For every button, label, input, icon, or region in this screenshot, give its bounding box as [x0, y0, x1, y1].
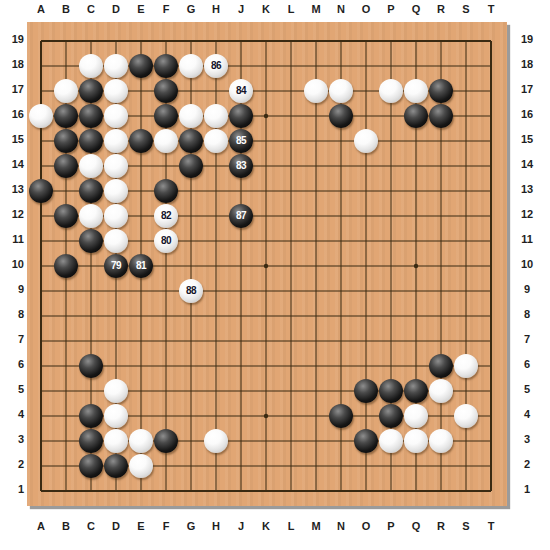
column-label-bottom: L: [279, 520, 303, 532]
white-stone-d11: [104, 229, 128, 253]
white-stone-j17: 84: [229, 79, 253, 103]
black-stone-c11: [79, 229, 103, 253]
white-stone-d17: [104, 79, 128, 103]
black-stone-n4: [329, 404, 353, 428]
column-label-top: C: [79, 3, 103, 15]
black-stone-j12: 87: [229, 204, 253, 228]
row-label-left: 10: [2, 258, 24, 270]
black-stone-g14: [179, 154, 203, 178]
white-stone-s6: [454, 354, 478, 378]
row-label-left: 2: [2, 458, 24, 470]
move-number: 85: [236, 129, 246, 153]
column-label-bottom: Q: [404, 520, 428, 532]
column-label-top: N: [329, 3, 353, 15]
black-stone-p4: [379, 404, 403, 428]
black-stone-f13: [154, 179, 178, 203]
move-number: 81: [136, 254, 146, 278]
white-stone-g18: [179, 54, 203, 78]
row-label-left: 8: [2, 308, 24, 320]
black-stone-r17: [429, 79, 453, 103]
column-label-bottom: M: [304, 520, 328, 532]
row-label-right: 12: [515, 208, 539, 220]
black-stone-c16: [79, 104, 103, 128]
column-label-top: R: [429, 3, 453, 15]
white-stone-f11: 80: [154, 229, 178, 253]
row-label-left: 19: [2, 33, 24, 45]
row-label-right: 14: [515, 158, 539, 170]
row-label-right: 7: [515, 333, 539, 345]
white-stone-r3: [429, 429, 453, 453]
row-label-right: 11: [515, 233, 539, 245]
column-label-top: H: [204, 3, 228, 15]
white-stone-a16: [29, 104, 53, 128]
go-diagram: 86848583828780798188 AABBCCDDEEFFGGHHJJK…: [0, 0, 550, 550]
row-label-left: 6: [2, 358, 24, 370]
row-label-right: 15: [515, 133, 539, 145]
column-label-top: E: [129, 3, 153, 15]
white-stone-d12: [104, 204, 128, 228]
row-label-left: 16: [2, 108, 24, 120]
black-stone-j14: 83: [229, 154, 253, 178]
row-label-right: 17: [515, 83, 539, 95]
black-stone-d10: 79: [104, 254, 128, 278]
black-stone-q16: [404, 104, 428, 128]
row-label-right: 3: [515, 433, 539, 445]
column-label-bottom: S: [454, 520, 478, 532]
row-label-right: 2: [515, 458, 539, 470]
white-stone-d3: [104, 429, 128, 453]
column-label-top: L: [279, 3, 303, 15]
white-stone-p3: [379, 429, 403, 453]
white-stone-o15: [354, 129, 378, 153]
white-stone-g16: [179, 104, 203, 128]
black-stone-c6: [79, 354, 103, 378]
row-label-left: 18: [2, 58, 24, 70]
column-label-bottom: N: [329, 520, 353, 532]
row-label-left: 7: [2, 333, 24, 345]
row-label-right: 9: [515, 283, 539, 295]
column-label-bottom: E: [129, 520, 153, 532]
move-number: 80: [161, 229, 171, 253]
column-label-bottom: P: [379, 520, 403, 532]
white-stone-q3: [404, 429, 428, 453]
column-label-bottom: J: [229, 520, 253, 532]
white-stone-r5: [429, 379, 453, 403]
row-label-right: 4: [515, 408, 539, 420]
white-stone-n17: [329, 79, 353, 103]
move-number: 86: [211, 54, 221, 78]
black-stone-c13: [79, 179, 103, 203]
row-label-left: 4: [2, 408, 24, 420]
white-stone-h3: [204, 429, 228, 453]
row-label-right: 16: [515, 108, 539, 120]
black-stone-c15: [79, 129, 103, 153]
column-label-bottom: T: [479, 520, 503, 532]
row-label-right: 19: [515, 33, 539, 45]
row-label-left: 13: [2, 183, 24, 195]
black-stone-d2: [104, 454, 128, 478]
white-stone-g9: 88: [179, 279, 203, 303]
white-stone-d13: [104, 179, 128, 203]
row-label-right: 6: [515, 358, 539, 370]
stones-layer: 86848583828780798188: [29, 29, 504, 504]
row-label-right: 5: [515, 383, 539, 395]
black-stone-j15: 85: [229, 129, 253, 153]
white-stone-f12: 82: [154, 204, 178, 228]
white-stone-s4: [454, 404, 478, 428]
black-stone-p5: [379, 379, 403, 403]
row-label-right: 13: [515, 183, 539, 195]
column-label-top: T: [479, 3, 503, 15]
white-stone-p17: [379, 79, 403, 103]
white-stone-c14: [79, 154, 103, 178]
column-label-bottom: G: [179, 520, 203, 532]
white-stone-d15: [104, 129, 128, 153]
white-stone-c12: [79, 204, 103, 228]
row-label-left: 17: [2, 83, 24, 95]
black-stone-q5: [404, 379, 428, 403]
black-stone-e15: [129, 129, 153, 153]
row-label-right: 18: [515, 58, 539, 70]
white-stone-d14: [104, 154, 128, 178]
black-stone-b16: [54, 104, 78, 128]
row-label-left: 9: [2, 283, 24, 295]
white-stone-q4: [404, 404, 428, 428]
column-label-top: A: [29, 3, 53, 15]
column-label-bottom: K: [254, 520, 278, 532]
row-label-left: 15: [2, 133, 24, 145]
black-stone-c2: [79, 454, 103, 478]
column-label-bottom: F: [154, 520, 178, 532]
white-stone-h16: [204, 104, 228, 128]
move-number: 84: [236, 79, 246, 103]
row-label-left: 14: [2, 158, 24, 170]
column-label-top: D: [104, 3, 128, 15]
black-stone-e18: [129, 54, 153, 78]
white-stone-b17: [54, 79, 78, 103]
white-stone-h18: 86: [204, 54, 228, 78]
row-label-left: 11: [2, 233, 24, 245]
black-stone-c4: [79, 404, 103, 428]
black-stone-b10: [54, 254, 78, 278]
white-stone-e3: [129, 429, 153, 453]
column-label-bottom: D: [104, 520, 128, 532]
row-label-left: 3: [2, 433, 24, 445]
move-number: 82: [161, 204, 171, 228]
column-label-top: S: [454, 3, 478, 15]
black-stone-f3: [154, 429, 178, 453]
column-label-top: F: [154, 3, 178, 15]
move-number: 88: [186, 279, 196, 303]
column-label-top: G: [179, 3, 203, 15]
black-stone-f16: [154, 104, 178, 128]
black-stone-b12: [54, 204, 78, 228]
black-stone-r16: [429, 104, 453, 128]
column-label-top: O: [354, 3, 378, 15]
white-stone-d18: [104, 54, 128, 78]
white-stone-d16: [104, 104, 128, 128]
column-label-bottom: A: [29, 520, 53, 532]
black-stone-b14: [54, 154, 78, 178]
white-stone-m17: [304, 79, 328, 103]
black-stone-j16: [229, 104, 253, 128]
black-stone-o5: [354, 379, 378, 403]
black-stone-n16: [329, 104, 353, 128]
column-label-bottom: O: [354, 520, 378, 532]
white-stone-d4: [104, 404, 128, 428]
black-stone-f17: [154, 79, 178, 103]
column-label-top: J: [229, 3, 253, 15]
column-label-bottom: B: [54, 520, 78, 532]
black-stone-f18: [154, 54, 178, 78]
column-label-top: M: [304, 3, 328, 15]
black-stone-c3: [79, 429, 103, 453]
black-stone-c17: [79, 79, 103, 103]
black-stone-e10: 81: [129, 254, 153, 278]
move-number: 79: [111, 254, 121, 278]
column-label-top: K: [254, 3, 278, 15]
move-number: 87: [236, 204, 246, 228]
row-label-left: 1: [2, 483, 24, 495]
row-label-left: 5: [2, 383, 24, 395]
column-label-bottom: C: [79, 520, 103, 532]
black-stone-r6: [429, 354, 453, 378]
white-stone-q17: [404, 79, 428, 103]
row-label-right: 8: [515, 308, 539, 320]
move-number: 83: [236, 154, 246, 178]
column-label-top: B: [54, 3, 78, 15]
column-label-top: Q: [404, 3, 428, 15]
white-stone-f15: [154, 129, 178, 153]
black-stone-g15: [179, 129, 203, 153]
white-stone-d5: [104, 379, 128, 403]
black-stone-o3: [354, 429, 378, 453]
black-stone-a13: [29, 179, 53, 203]
white-stone-e2: [129, 454, 153, 478]
column-label-bottom: R: [429, 520, 453, 532]
column-label-bottom: H: [204, 520, 228, 532]
row-label-left: 12: [2, 208, 24, 220]
column-label-top: P: [379, 3, 403, 15]
white-stone-c18: [79, 54, 103, 78]
black-stone-b15: [54, 129, 78, 153]
row-label-right: 1: [515, 483, 539, 495]
row-label-right: 10: [515, 258, 539, 270]
go-board[interactable]: 86848583828780798188: [27, 22, 507, 506]
white-stone-h15: [204, 129, 228, 153]
